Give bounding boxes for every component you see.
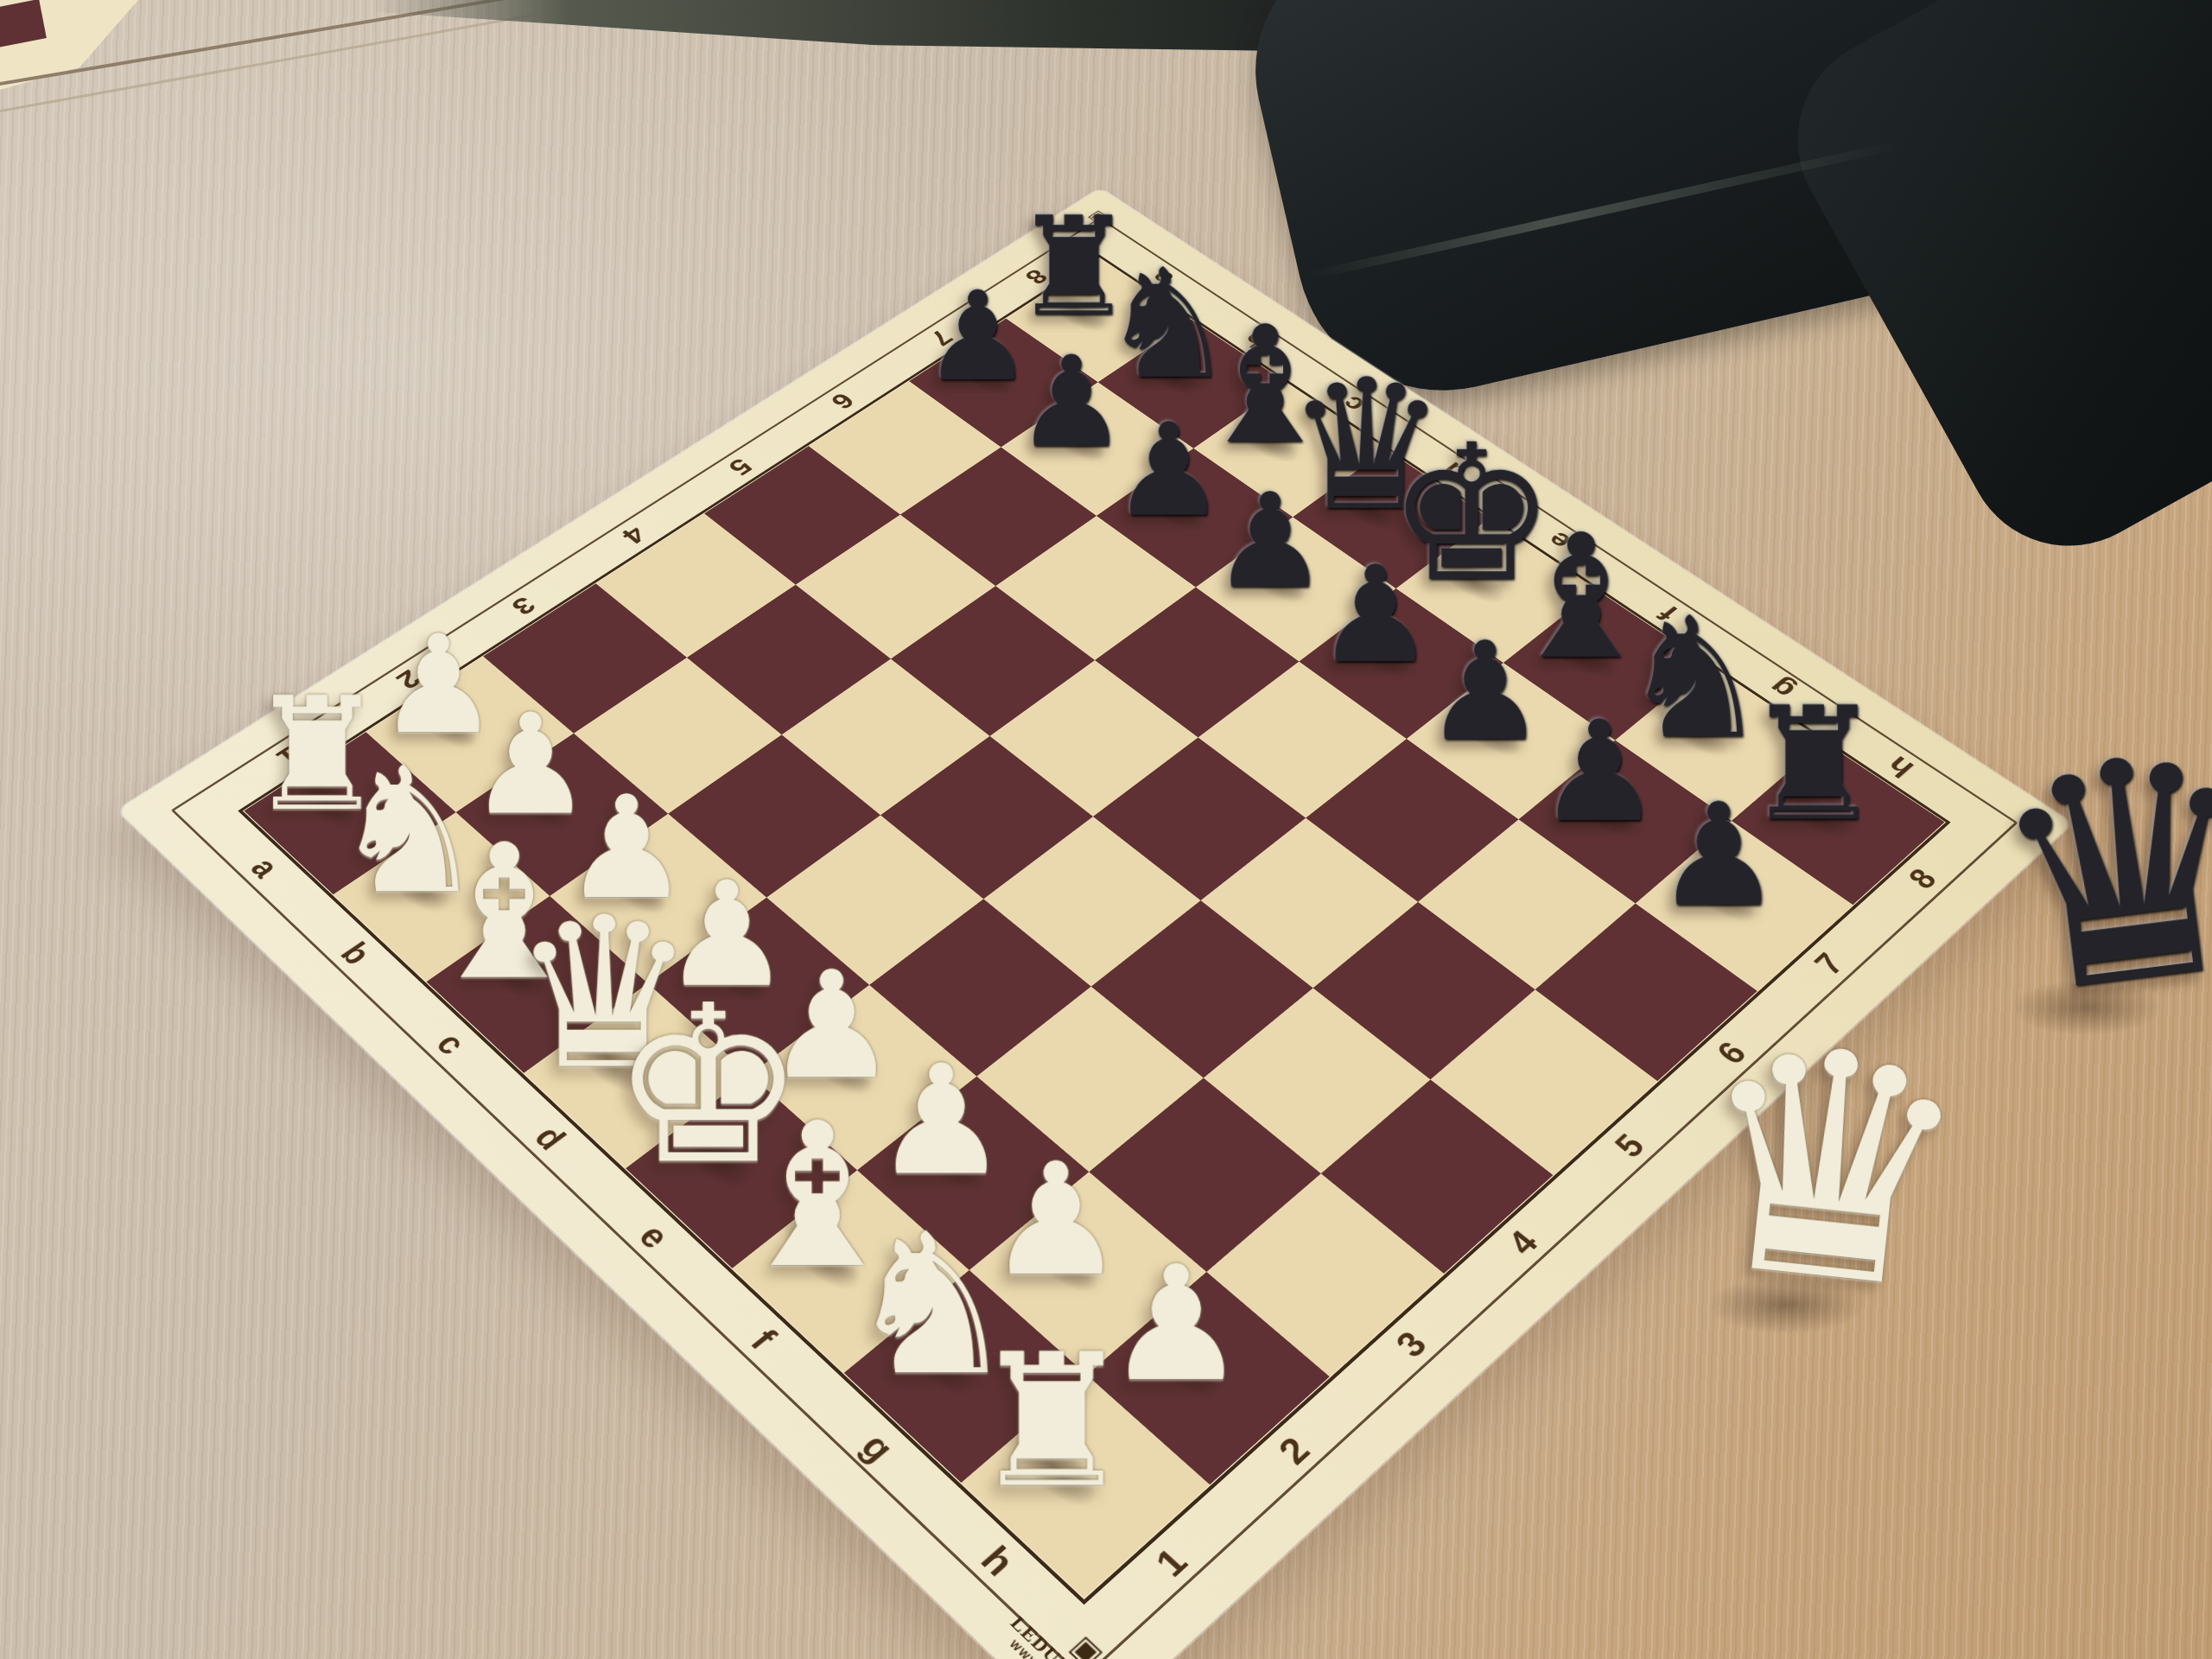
spare-white-queen[interactable]: ♛ — [1675, 999, 1985, 1338]
piece-white-rook-h1[interactable]: ♜ — [940, 1330, 1164, 1513]
piece-black-pawn-h7[interactable]: ♟ — [1621, 785, 1816, 926]
spare-black-queen[interactable]: ♛ — [1975, 707, 2212, 1040]
second-board-dark-square — [0, 0, 47, 48]
